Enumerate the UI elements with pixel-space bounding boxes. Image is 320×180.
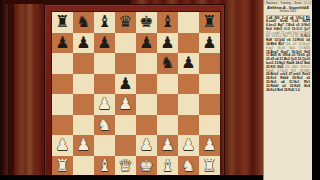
board-frame: ♜♞♝♛♚♝♜♟♟♟♟♟♟♞♟♟♟♟♞♟♟♟♟♟♟♜♝♛♚♝♞♜ abcdefg… [44, 4, 225, 176]
square-h7[interactable]: ♟ [199, 33, 220, 54]
move-segment[interactable]: 26.Bxb3 cxb3 27.axb3 Rxb3 28.Ke3 Rdb8 29… [266, 72, 310, 91]
square-d6[interactable] [115, 53, 136, 74]
square-c8[interactable]: ♝ [94, 12, 115, 33]
square-g3[interactable] [178, 115, 199, 136]
square-c7[interactable]: ♟ [94, 33, 115, 54]
square-g5[interactable] [178, 74, 199, 95]
square-e6[interactable] [136, 53, 157, 74]
black-king-e8[interactable]: ♚ [139, 12, 153, 32]
square-d8[interactable]: ♛ [115, 12, 136, 33]
black-pawn-a7[interactable]: ♟ [55, 33, 69, 53]
game-subtitle: Vienna 1922 [264, 10, 312, 14]
move-segment[interactable]: 1-0 [295, 88, 300, 92]
square-b3[interactable] [73, 115, 94, 136]
square-d2[interactable] [115, 135, 136, 156]
square-f7[interactable]: ♟ [157, 33, 178, 54]
square-f1[interactable]: ♝ [157, 156, 178, 177]
square-e3[interactable] [136, 115, 157, 136]
bottom-letterbox [0, 175, 263, 180]
square-g2[interactable]: ♟ [178, 135, 199, 156]
square-h3[interactable] [199, 115, 220, 136]
black-pawn-b7[interactable]: ♟ [76, 33, 90, 53]
maximize-icon[interactable]: ▫ [308, 1, 311, 4]
square-b1[interactable] [73, 156, 94, 177]
white-pawn-a2[interactable]: ♟ [55, 135, 69, 155]
square-e8[interactable]: ♚ [136, 12, 157, 33]
white-rook-a1[interactable]: ♜ [55, 156, 69, 176]
square-d1[interactable]: ♛ [115, 156, 136, 177]
chess-board[interactable]: ♜♞♝♛♚♝♜♟♟♟♟♟♟♞♟♟♟♟♞♟♟♟♟♟♟♜♝♛♚♝♞♜ [51, 11, 221, 177]
wood-grain-streak [236, 0, 250, 180]
wood-grain-streak [25, 0, 35, 180]
white-bishop-c1[interactable]: ♝ [97, 156, 111, 176]
rank-label-5: 5 [46, 73, 50, 94]
square-a8[interactable]: ♜ [52, 12, 73, 33]
square-b6[interactable] [73, 53, 94, 74]
move-list[interactable]: 1.d4 Nf6 2.c4 g6 3.Nc3 d5 4.cxd5 Nxd5 5.… [264, 16, 312, 94]
square-h5[interactable] [199, 74, 220, 95]
black-pawn-c7[interactable]: ♟ [97, 33, 111, 53]
square-g6[interactable]: ♟ [178, 53, 199, 74]
move-segment[interactable]: 4.cxd5 Nxd5 5.e4 Nxc3 6.bxc3 Bg7 7.Bc4 c… [266, 19, 310, 31]
square-h8[interactable]: ♜ [199, 12, 220, 33]
white-rook-h1[interactable]: ♜ [202, 156, 216, 176]
black-pawn-d5[interactable]: ♟ [118, 74, 132, 94]
square-f4[interactable] [157, 94, 178, 115]
square-h4[interactable] [199, 94, 220, 115]
notation-tabs: NotationTrainingScore [265, 1, 304, 5]
square-f5[interactable] [157, 74, 178, 95]
square-e4[interactable] [136, 94, 157, 115]
white-pawn-h2[interactable]: ♟ [202, 135, 216, 155]
white-pawn-f2[interactable]: ♟ [160, 135, 174, 155]
rank-coordinates: 87654321 [46, 11, 50, 175]
white-bishop-f1[interactable]: ♝ [160, 156, 174, 176]
black-bishop-f8[interactable]: ♝ [160, 12, 174, 32]
white-knight-c3[interactable]: ♞ [97, 115, 111, 135]
left-edge-shadow [0, 0, 12, 180]
white-knight-g1[interactable]: ♞ [181, 156, 195, 176]
square-g1[interactable]: ♞ [178, 156, 199, 177]
black-bishop-c8[interactable]: ♝ [97, 12, 111, 32]
square-d3[interactable] [115, 115, 136, 136]
black-knight-f6[interactable]: ♞ [160, 53, 174, 73]
square-c3[interactable]: ♞ [94, 115, 115, 136]
square-b2[interactable]: ♟ [73, 135, 94, 156]
square-f8[interactable]: ♝ [157, 12, 178, 33]
notation-panel: NotationTrainingScore – ▫ × Alekhine,A -… [263, 0, 312, 180]
right-letterbox [312, 0, 320, 180]
square-b5[interactable] [73, 74, 94, 95]
black-rook-a8[interactable]: ♜ [55, 12, 69, 32]
black-pawn-h7[interactable]: ♟ [202, 33, 216, 53]
square-e7[interactable]: ♟ [136, 33, 157, 54]
rank-label-2: 2 [46, 134, 50, 155]
square-c4[interactable]: ♟ [94, 94, 115, 115]
square-f2[interactable]: ♟ [157, 135, 178, 156]
square-h2[interactable]: ♟ [199, 135, 220, 156]
square-a3[interactable] [52, 115, 73, 136]
square-h1[interactable]: ♜ [199, 156, 220, 177]
black-pawn-f7[interactable]: ♟ [160, 33, 174, 53]
square-f6[interactable]: ♞ [157, 53, 178, 74]
square-c2[interactable] [94, 135, 115, 156]
square-e5[interactable] [136, 74, 157, 95]
rank-label-7: 7 [46, 32, 50, 53]
square-d4[interactable]: ♟ [115, 94, 136, 115]
rank-label-8: 8 [46, 11, 50, 32]
square-b7[interactable]: ♟ [73, 33, 94, 54]
square-d5[interactable]: ♟ [115, 74, 136, 95]
white-pawn-b2[interactable]: ♟ [76, 135, 90, 155]
white-pawn-g2[interactable]: ♟ [181, 135, 195, 155]
square-c5[interactable] [94, 74, 115, 95]
white-queen-d1[interactable]: ♛ [118, 156, 132, 176]
square-g8[interactable] [178, 12, 199, 33]
white-pawn-c4[interactable]: ♟ [97, 94, 111, 114]
square-e2[interactable]: ♟ [136, 135, 157, 156]
square-a6[interactable] [52, 53, 73, 74]
square-a1[interactable]: ♜ [52, 156, 73, 177]
notation-panel-header: NotationTrainingScore – ▫ × [264, 0, 312, 5]
white-king-e1[interactable]: ♚ [139, 156, 153, 176]
app-window: FileEditGameInsertViewToolsWindowHelp ♜♞… [0, 0, 320, 180]
tab-training[interactable]: Training [279, 1, 292, 5]
tab-notation[interactable]: Notation [265, 1, 278, 5]
black-queen-d8[interactable]: ♛ [118, 12, 132, 32]
rank-label-4: 4 [46, 93, 50, 114]
square-g7[interactable] [178, 33, 199, 54]
tab-score[interactable]: Score [293, 1, 303, 5]
white-pawn-d4[interactable]: ♟ [118, 94, 132, 114]
square-d7[interactable] [115, 33, 136, 54]
square-f3[interactable] [157, 115, 178, 136]
square-a7[interactable]: ♟ [52, 33, 73, 54]
window-buttons: – ▫ × [304, 1, 312, 4]
square-g4[interactable] [178, 94, 199, 115]
rank-label-3: 3 [46, 114, 50, 135]
rank-label-6: 6 [46, 52, 50, 73]
minimize-icon[interactable]: – [304, 1, 307, 4]
black-pawn-g6[interactable]: ♟ [181, 53, 195, 73]
black-rook-h8[interactable]: ♜ [202, 12, 216, 32]
square-a5[interactable] [52, 74, 73, 95]
square-c1[interactable]: ♝ [94, 156, 115, 177]
square-b8[interactable]: ♞ [73, 12, 94, 33]
black-knight-b8[interactable]: ♞ [76, 12, 90, 32]
square-c6[interactable] [94, 53, 115, 74]
square-e1[interactable]: ♚ [136, 156, 157, 177]
rank-label-1: 1 [46, 155, 50, 176]
square-h6[interactable] [199, 53, 220, 74]
black-pawn-e7[interactable]: ♟ [139, 33, 153, 53]
square-a2[interactable]: ♟ [52, 135, 73, 156]
square-a4[interactable] [52, 94, 73, 115]
white-pawn-e2[interactable]: ♟ [139, 135, 153, 155]
square-b4[interactable] [73, 94, 94, 115]
